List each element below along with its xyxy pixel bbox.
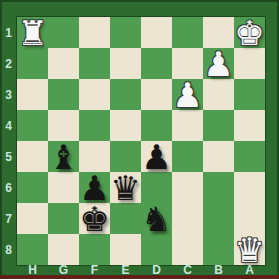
rank-label-8: 8 xyxy=(0,234,17,265)
square-h5[interactable] xyxy=(17,141,48,172)
piece-black-queen: ♛ xyxy=(110,171,140,205)
rank-label-3: 3 xyxy=(0,79,17,110)
square-h3[interactable] xyxy=(17,79,48,110)
square-f4[interactable] xyxy=(79,110,110,141)
square-c4[interactable] xyxy=(172,110,203,141)
piece-white-pawn: ♟ xyxy=(203,47,233,81)
square-g8[interactable] xyxy=(48,234,79,265)
square-a7[interactable] xyxy=(234,203,265,234)
square-b7[interactable] xyxy=(203,203,234,234)
piece-black-king: ♚ xyxy=(79,202,109,236)
piece-white-rook: ♜ xyxy=(17,16,47,50)
square-e8[interactable] xyxy=(110,234,141,265)
square-c6[interactable] xyxy=(172,172,203,203)
square-g1[interactable] xyxy=(48,17,79,48)
square-e6[interactable]: ♛ xyxy=(110,172,141,203)
square-f2[interactable] xyxy=(79,48,110,79)
square-d7[interactable]: ♞ xyxy=(141,203,172,234)
square-b3[interactable] xyxy=(203,79,234,110)
piece-white-pawn: ♟ xyxy=(172,78,202,112)
square-b8[interactable] xyxy=(203,234,234,265)
piece-black-knight: ♞ xyxy=(141,202,171,236)
square-f8[interactable] xyxy=(79,234,110,265)
square-c7[interactable] xyxy=(172,203,203,234)
bottom-strip xyxy=(0,275,279,279)
square-d8[interactable] xyxy=(141,234,172,265)
square-a2[interactable] xyxy=(234,48,265,79)
square-d3[interactable] xyxy=(141,79,172,110)
square-c1[interactable] xyxy=(172,17,203,48)
square-b1[interactable] xyxy=(203,17,234,48)
square-g2[interactable] xyxy=(48,48,79,79)
square-d5[interactable]: ♟ xyxy=(141,141,172,172)
board-grid: ♜♚♟♟♝♟♟♛♚♞♛ xyxy=(17,17,265,265)
square-h4[interactable] xyxy=(17,110,48,141)
square-c8[interactable] xyxy=(172,234,203,265)
rank-label-7: 7 xyxy=(0,203,17,234)
square-e2[interactable] xyxy=(110,48,141,79)
square-h7[interactable] xyxy=(17,203,48,234)
square-f3[interactable] xyxy=(79,79,110,110)
rank-labels: 1 2 3 4 5 6 7 8 xyxy=(0,17,17,265)
square-e7[interactable] xyxy=(110,203,141,234)
piece-black-pawn: ♟ xyxy=(79,171,109,205)
square-a8[interactable]: ♛ xyxy=(234,234,265,265)
square-b4[interactable] xyxy=(203,110,234,141)
square-e4[interactable] xyxy=(110,110,141,141)
square-f6[interactable]: ♟ xyxy=(79,172,110,203)
square-g3[interactable] xyxy=(48,79,79,110)
square-d4[interactable] xyxy=(141,110,172,141)
square-e1[interactable] xyxy=(110,17,141,48)
rank-label-2: 2 xyxy=(0,48,17,79)
square-a6[interactable] xyxy=(234,172,265,203)
square-d2[interactable] xyxy=(141,48,172,79)
piece-black-pawn: ♟ xyxy=(141,140,171,174)
square-h2[interactable] xyxy=(17,48,48,79)
square-g5[interactable]: ♝ xyxy=(48,141,79,172)
square-e3[interactable] xyxy=(110,79,141,110)
rank-label-1: 1 xyxy=(0,17,17,48)
piece-white-king: ♚ xyxy=(234,16,264,50)
square-g6[interactable] xyxy=(48,172,79,203)
square-a4[interactable] xyxy=(234,110,265,141)
rank-label-6: 6 xyxy=(0,172,17,203)
square-d1[interactable] xyxy=(141,17,172,48)
square-h1[interactable]: ♜ xyxy=(17,17,48,48)
square-c3[interactable]: ♟ xyxy=(172,79,203,110)
piece-white-queen: ♛ xyxy=(234,233,264,267)
square-h8[interactable] xyxy=(17,234,48,265)
square-b2[interactable]: ♟ xyxy=(203,48,234,79)
square-h6[interactable] xyxy=(17,172,48,203)
piece-black-bishop: ♝ xyxy=(48,140,78,174)
square-a1[interactable]: ♚ xyxy=(234,17,265,48)
square-b5[interactable] xyxy=(203,141,234,172)
square-c5[interactable] xyxy=(172,141,203,172)
square-a3[interactable] xyxy=(234,79,265,110)
square-b6[interactable] xyxy=(203,172,234,203)
square-g4[interactable] xyxy=(48,110,79,141)
square-f1[interactable] xyxy=(79,17,110,48)
square-f7[interactable]: ♚ xyxy=(79,203,110,234)
rank-label-4: 4 xyxy=(0,110,17,141)
board-frame: 1 2 3 4 5 6 7 8 ♜♚♟♟♝♟♟♛♚♞♛ H G F E D C … xyxy=(0,0,279,279)
rank-label-5: 5 xyxy=(0,141,17,172)
square-f5[interactable] xyxy=(79,141,110,172)
square-d6[interactable] xyxy=(141,172,172,203)
square-e5[interactable] xyxy=(110,141,141,172)
square-a5[interactable] xyxy=(234,141,265,172)
square-g7[interactable] xyxy=(48,203,79,234)
square-c2[interactable] xyxy=(172,48,203,79)
